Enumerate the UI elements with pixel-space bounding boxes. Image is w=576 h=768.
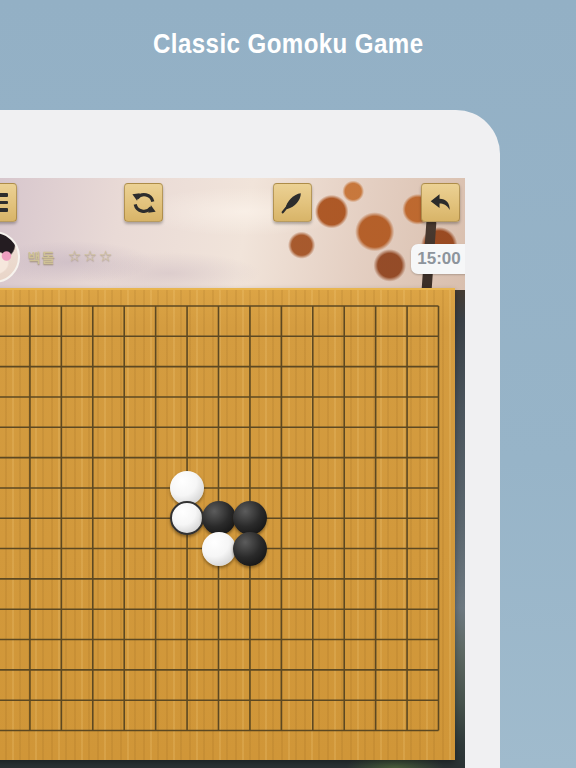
stone-black[interactable]	[202, 501, 236, 535]
tablet-card: 백돌 ☆☆☆ 15:00	[0, 110, 500, 768]
game-screen: 백돌 ☆☆☆ 15:00	[0, 178, 465, 768]
hamburger-icon	[0, 193, 8, 212]
menu-button[interactable]	[0, 183, 17, 222]
player-rating-stars: ☆☆☆	[68, 247, 114, 265]
page-title: Classic Gomoku Game	[0, 28, 576, 60]
stone-black[interactable]	[233, 532, 267, 566]
screenshot-root: { "page": { "title": "Classic Gomoku Gam…	[0, 0, 576, 768]
timer-value: 15:00	[411, 249, 465, 269]
stone-white[interactable]	[202, 532, 236, 566]
player-avatar[interactable]	[0, 231, 20, 283]
stone-black[interactable]	[233, 501, 267, 535]
hint-button[interactable]	[273, 183, 312, 222]
undo-arrow-icon	[427, 190, 453, 216]
undo-button[interactable]	[421, 183, 460, 222]
feather-icon	[279, 190, 305, 216]
timer-badge: 15:00	[411, 244, 465, 274]
refresh-icon	[131, 190, 157, 216]
stone-white[interactable]	[170, 471, 204, 505]
board[interactable]	[0, 288, 455, 760]
player-name: 백돌	[28, 249, 55, 267]
restart-button[interactable]	[124, 183, 163, 222]
player-info: 백돌 ☆☆☆	[0, 228, 465, 286]
